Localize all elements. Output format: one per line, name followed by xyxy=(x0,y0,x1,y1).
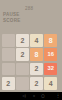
board[interactable]: 2482816232224 xyxy=(2,34,57,90)
tile-32: 32 xyxy=(44,63,57,76)
score-value: 288 xyxy=(25,6,33,11)
recents-icon[interactable]: ▢ xyxy=(41,92,45,100)
tile-8: 8 xyxy=(44,34,57,47)
empty-cell xyxy=(2,63,15,76)
tile-2: 2 xyxy=(2,77,15,90)
tile-2: 2 xyxy=(16,48,29,61)
2048-app-screen: PAUSE SCORE 288 2482816232224 ◁ ○ ▢ ⋮ xyxy=(0,0,62,100)
game-hud: PAUSE SCORE xyxy=(3,12,21,24)
empty-cell xyxy=(2,34,15,47)
back-icon[interactable]: ◁ xyxy=(22,92,26,100)
tile-4: 4 xyxy=(44,77,57,90)
tile-2: 2 xyxy=(30,63,43,76)
tile-2: 2 xyxy=(16,34,29,47)
tile-2: 2 xyxy=(30,77,43,90)
empty-cell xyxy=(16,77,29,90)
tile-16: 16 xyxy=(44,48,57,61)
menu-icon[interactable]: ⋮ xyxy=(56,92,60,100)
tile-4: 4 xyxy=(30,34,43,47)
empty-cell xyxy=(2,48,15,61)
score-label: SCORE xyxy=(3,18,21,24)
tile-8: 8 xyxy=(30,48,43,61)
empty-cell xyxy=(16,63,29,76)
home-icon[interactable]: ○ xyxy=(32,92,36,100)
android-navigation-bar: ◁ ○ ▢ ⋮ xyxy=(0,92,62,100)
